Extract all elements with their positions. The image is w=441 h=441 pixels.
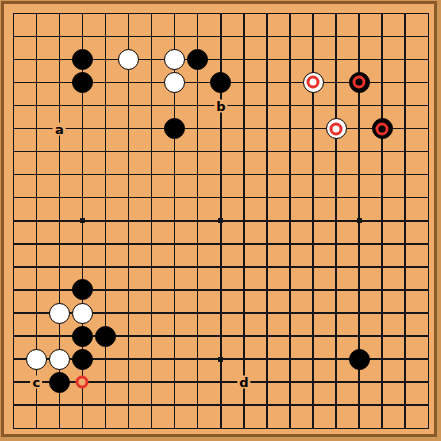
point-label-c: c — [30, 376, 42, 389]
point-label-b: b — [214, 99, 227, 112]
circle-mark-on-point-D3 — [76, 376, 89, 389]
go-board-diagram: abcd — [0, 0, 441, 441]
mark-layer: abcd — [0, 0, 441, 441]
point-label-a: a — [53, 122, 66, 135]
point-label-d: d — [237, 376, 250, 389]
